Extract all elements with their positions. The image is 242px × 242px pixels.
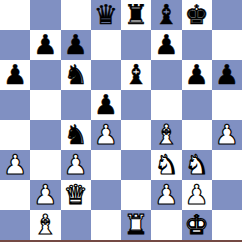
- square-c2[interactable]: ♛: [61, 180, 91, 210]
- square-f8[interactable]: ♝: [151, 0, 181, 30]
- square-a2[interactable]: [0, 180, 30, 210]
- piece-white-knight-f3[interactable]: ♞: [154, 151, 178, 178]
- piece-white-bishop-b1[interactable]: ♝: [33, 211, 57, 238]
- square-g6[interactable]: ♟: [182, 60, 212, 90]
- square-f4[interactable]: ♝: [151, 120, 181, 150]
- square-b8[interactable]: [30, 0, 60, 30]
- square-f2[interactable]: ♟: [151, 180, 181, 210]
- piece-black-knight-c6[interactable]: ♞: [64, 61, 88, 88]
- piece-white-pawn-h4[interactable]: ♟: [215, 121, 239, 148]
- square-e7[interactable]: [121, 30, 151, 60]
- piece-white-knight-g3[interactable]: ♞: [185, 151, 209, 178]
- piece-black-bishop-f8[interactable]: ♝: [154, 1, 178, 28]
- square-g5[interactable]: [182, 90, 212, 120]
- square-a1[interactable]: [0, 210, 30, 240]
- square-e5[interactable]: [121, 90, 151, 120]
- square-d4[interactable]: ♟: [91, 120, 121, 150]
- piece-white-king-g1[interactable]: ♚: [185, 211, 209, 238]
- square-h2[interactable]: [212, 180, 242, 210]
- square-g3[interactable]: ♞: [182, 150, 212, 180]
- square-b6[interactable]: [30, 60, 60, 90]
- square-d8[interactable]: ♛: [91, 0, 121, 30]
- square-g2[interactable]: ♟: [182, 180, 212, 210]
- piece-black-king-g8[interactable]: ♚: [185, 1, 209, 28]
- square-h1[interactable]: [212, 210, 242, 240]
- piece-black-pawn-f7[interactable]: ♟: [154, 31, 178, 58]
- square-g1[interactable]: ♚: [182, 210, 212, 240]
- square-b3[interactable]: [30, 150, 60, 180]
- square-b2[interactable]: ♟: [30, 180, 60, 210]
- square-e6[interactable]: ♝: [121, 60, 151, 90]
- square-f6[interactable]: [151, 60, 181, 90]
- square-c1[interactable]: [61, 210, 91, 240]
- piece-black-pawn-a6[interactable]: ♟: [3, 61, 27, 88]
- square-f3[interactable]: ♞: [151, 150, 181, 180]
- square-c6[interactable]: ♞: [61, 60, 91, 90]
- square-g4[interactable]: [182, 120, 212, 150]
- piece-white-pawn-a3[interactable]: ♟: [3, 151, 27, 178]
- piece-white-bishop-f4[interactable]: ♝: [154, 121, 178, 148]
- piece-black-pawn-c7[interactable]: ♟: [64, 31, 88, 58]
- chess-board: ♛♜♝♚♟♟♟♟♞♝♟♟♟♞♟♝♟♟♟♞♞♟♛♟♟♝♜♚: [0, 0, 242, 240]
- piece-black-knight-c4[interactable]: ♞: [64, 121, 88, 148]
- square-f7[interactable]: ♟: [151, 30, 181, 60]
- square-a8[interactable]: [0, 0, 30, 30]
- square-b4[interactable]: [30, 120, 60, 150]
- piece-black-pawn-g6[interactable]: ♟: [185, 61, 209, 88]
- piece-white-pawn-f2[interactable]: ♟: [154, 181, 178, 208]
- square-g8[interactable]: ♚: [182, 0, 212, 30]
- square-d2[interactable]: [91, 180, 121, 210]
- piece-white-pawn-d4[interactable]: ♟: [94, 121, 118, 148]
- piece-black-rook-e8[interactable]: ♜: [124, 1, 148, 28]
- piece-black-pawn-h6[interactable]: ♟: [215, 61, 239, 88]
- square-c5[interactable]: [61, 90, 91, 120]
- square-a7[interactable]: [0, 30, 30, 60]
- square-a5[interactable]: [0, 90, 30, 120]
- square-d5[interactable]: ♟: [91, 90, 121, 120]
- square-d7[interactable]: [91, 30, 121, 60]
- piece-black-queen-d8[interactable]: ♛: [94, 1, 118, 28]
- piece-white-pawn-c3[interactable]: ♟: [64, 151, 88, 178]
- piece-white-pawn-b2[interactable]: ♟: [33, 181, 57, 208]
- square-c4[interactable]: ♞: [61, 120, 91, 150]
- square-d6[interactable]: [91, 60, 121, 90]
- square-d3[interactable]: [91, 150, 121, 180]
- piece-black-pawn-d5[interactable]: ♟: [94, 91, 118, 118]
- piece-white-pawn-g2[interactable]: ♟: [185, 181, 209, 208]
- square-b5[interactable]: [30, 90, 60, 120]
- square-e8[interactable]: ♜: [121, 0, 151, 30]
- piece-white-rook-e1[interactable]: ♜: [124, 211, 148, 238]
- square-b7[interactable]: ♟: [30, 30, 60, 60]
- square-h7[interactable]: [212, 30, 242, 60]
- square-c8[interactable]: [61, 0, 91, 30]
- square-a3[interactable]: ♟: [0, 150, 30, 180]
- square-h5[interactable]: [212, 90, 242, 120]
- square-e4[interactable]: [121, 120, 151, 150]
- square-c3[interactable]: ♟: [61, 150, 91, 180]
- square-h8[interactable]: [212, 0, 242, 30]
- square-a4[interactable]: [0, 120, 30, 150]
- square-c7[interactable]: ♟: [61, 30, 91, 60]
- square-e3[interactable]: [121, 150, 151, 180]
- square-h6[interactable]: ♟: [212, 60, 242, 90]
- square-h4[interactable]: ♟: [212, 120, 242, 150]
- square-e1[interactable]: ♜: [121, 210, 151, 240]
- square-f1[interactable]: [151, 210, 181, 240]
- square-e2[interactable]: [121, 180, 151, 210]
- square-g7[interactable]: [182, 30, 212, 60]
- square-b1[interactable]: ♝: [30, 210, 60, 240]
- piece-black-bishop-e6[interactable]: ♝: [124, 61, 148, 88]
- piece-white-queen-c2[interactable]: ♛: [64, 181, 88, 208]
- square-h3[interactable]: [212, 150, 242, 180]
- square-f5[interactable]: [151, 90, 181, 120]
- square-a6[interactable]: ♟: [0, 60, 30, 90]
- piece-black-pawn-b7[interactable]: ♟: [33, 31, 57, 58]
- square-d1[interactable]: [91, 210, 121, 240]
